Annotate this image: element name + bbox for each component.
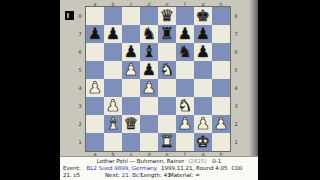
square-e8: ♛	[158, 7, 176, 25]
square-a2	[86, 115, 104, 133]
square-d4: ♟	[140, 79, 158, 97]
square-g1: ♚	[194, 133, 212, 151]
square-d5: ♟	[140, 61, 158, 79]
black-king-piece: ♚	[194, 7, 212, 25]
square-g8: ♚	[194, 7, 212, 25]
black-rook-piece: ♜	[158, 25, 176, 43]
rank-label-right-1: 1	[233, 133, 239, 151]
event-name: BL2 Sued 9899, Germany	[87, 165, 157, 171]
square-c7	[122, 25, 140, 43]
rank-label-left-7: 7	[77, 25, 83, 43]
square-e6	[158, 43, 176, 61]
board-panel: abcdefgh abcdefgh 87654321 87654321 ♛♚♟♟…	[60, 0, 258, 180]
square-g6: ♟	[194, 43, 212, 61]
white-knight-piece: ♞	[158, 61, 176, 79]
black-queen-piece: ♛	[158, 7, 176, 25]
rank-label-right-5: 5	[233, 61, 239, 79]
square-f7: ♟	[176, 25, 194, 43]
square-h8	[212, 7, 230, 25]
black-pawn-piece: ♟	[86, 25, 104, 43]
square-d3	[140, 97, 158, 115]
rank-label-left-3: 3	[77, 97, 83, 115]
square-b3: ♟	[104, 97, 122, 115]
rank-label-left-8: 8	[77, 7, 83, 25]
square-h7	[212, 25, 230, 43]
side-to-move-indicator	[65, 11, 74, 20]
square-a5	[86, 61, 104, 79]
square-c3	[122, 97, 140, 115]
square-g3	[194, 97, 212, 115]
letterbox-left	[0, 0, 60, 180]
square-c8	[122, 7, 140, 25]
rank-label-left-4: 4	[77, 79, 83, 97]
square-g7: ♟	[194, 25, 212, 43]
square-d1	[140, 133, 158, 151]
current-move: 21. c5	[63, 172, 105, 178]
letterbox-right	[258, 0, 320, 180]
black-pawn-piece: ♟	[194, 43, 212, 61]
event-label: Event:	[63, 165, 81, 171]
square-h5	[212, 61, 230, 79]
square-c6: ♟	[122, 43, 140, 61]
square-c5: ♟	[122, 61, 140, 79]
square-f8	[176, 7, 194, 25]
black-bishop-piece: ♝	[140, 43, 158, 61]
square-b1	[104, 133, 122, 151]
white-pawn-piece: ♟	[212, 115, 230, 133]
rank-label-left-1: 1	[77, 133, 83, 151]
square-e5: ♞	[158, 61, 176, 79]
white-pawn-piece: ♟	[104, 97, 122, 115]
square-a3	[86, 97, 104, 115]
black-knight-piece: ♞	[176, 43, 194, 61]
square-h1	[212, 133, 230, 151]
event-date-round: 1999.11.21, Round 4.05	[161, 165, 227, 171]
square-g2: ♟	[194, 115, 212, 133]
square-b7: ♟	[104, 25, 122, 43]
square-h6	[212, 43, 230, 61]
white-king-piece: ♚	[194, 133, 212, 151]
material-balance: Material:=	[169, 172, 199, 178]
rank-label-right-6: 6	[233, 43, 239, 61]
rank-label-right-4: 4	[233, 79, 239, 97]
event-line: Event: BL2 Sued 9899, Germany 1999.11.21…	[60, 165, 258, 171]
move-status-line: 21. c5 Next:21. Bc7 Length:41 Material:=	[60, 172, 258, 178]
square-f5	[176, 61, 194, 79]
game-length: Length:41	[141, 172, 169, 178]
info-panel: Lothar Pohl — Buhmann, Rainer (2425) 0-1…	[60, 156, 258, 180]
square-a8	[86, 7, 104, 25]
rank-label-right-7: 7	[233, 25, 239, 43]
square-e1: ♜	[158, 133, 176, 151]
square-f3: ♞	[176, 97, 194, 115]
square-a6	[86, 43, 104, 61]
square-c2: ♛	[122, 115, 140, 133]
game-result: 0-1	[212, 158, 221, 164]
square-g4	[194, 79, 212, 97]
square-b4	[104, 79, 122, 97]
rank-labels-right: 87654321	[233, 7, 239, 151]
square-a4: ♟	[86, 79, 104, 97]
square-b2: ♝	[104, 115, 122, 133]
white-queen-piece: ♛	[122, 115, 140, 133]
white-pawn-piece: ♟	[140, 79, 158, 97]
square-e3	[158, 97, 176, 115]
player-rating: (2425)	[188, 158, 206, 164]
square-d6: ♝	[140, 43, 158, 61]
chess-board: ♛♚♟♟♞♜♟♟♟♝♞♟♟♟♞♟♟♟♞♝♛♟♟♟♜♚	[86, 7, 230, 151]
square-h3	[212, 97, 230, 115]
black-pawn-piece: ♟	[176, 25, 194, 43]
rank-labels-left: 87654321	[77, 7, 83, 151]
white-pawn-piece: ♟	[194, 115, 212, 133]
square-c4	[122, 79, 140, 97]
square-f2: ♟	[176, 115, 194, 133]
square-f6: ♞	[176, 43, 194, 61]
square-a7: ♟	[86, 25, 104, 43]
black-pawn-piece: ♟	[140, 61, 158, 79]
square-b8	[104, 7, 122, 25]
square-f1	[176, 133, 194, 151]
square-h2: ♟	[212, 115, 230, 133]
players-separator: —	[129, 158, 135, 164]
square-d8	[140, 7, 158, 25]
square-e7: ♜	[158, 25, 176, 43]
square-b6	[104, 43, 122, 61]
square-b5	[104, 61, 122, 79]
game-header: Lothar Pohl — Buhmann, Rainer (2425) 0-1	[60, 158, 258, 164]
rank-label-right-8: 8	[233, 7, 239, 25]
black-player-name: Buhmann, Rainer	[137, 158, 185, 164]
rank-label-right-3: 3	[233, 97, 239, 115]
square-d7: ♞	[140, 25, 158, 43]
white-pawn-piece: ♟	[176, 115, 194, 133]
rank-label-right-2: 2	[233, 115, 239, 133]
white-bishop-piece: ♝	[104, 115, 122, 133]
white-rook-piece: ♜	[158, 133, 176, 151]
square-h4	[212, 79, 230, 97]
white-pawn-piece: ♟	[86, 79, 104, 97]
square-f4	[176, 79, 194, 97]
black-pawn-piece: ♟	[194, 25, 212, 43]
white-knight-piece: ♞	[176, 97, 194, 115]
square-a1	[86, 133, 104, 151]
square-d2	[140, 115, 158, 133]
square-c1	[122, 133, 140, 151]
panel-right-shadow	[249, 0, 258, 156]
square-e2	[158, 115, 176, 133]
square-e4	[158, 79, 176, 97]
black-knight-piece: ♞	[140, 25, 158, 43]
square-g5	[194, 61, 212, 79]
next-move: Next:21. Bc7	[105, 172, 141, 178]
white-pawn-piece: ♟	[122, 61, 140, 79]
rank-label-left-6: 6	[77, 43, 83, 61]
eco-code: C00	[231, 165, 242, 171]
rank-label-left-5: 5	[77, 61, 83, 79]
white-player-name: Lothar Pohl	[97, 158, 128, 164]
black-pawn-piece: ♟	[122, 43, 140, 61]
rank-label-left-2: 2	[77, 115, 83, 133]
black-pawn-piece: ♟	[104, 25, 122, 43]
